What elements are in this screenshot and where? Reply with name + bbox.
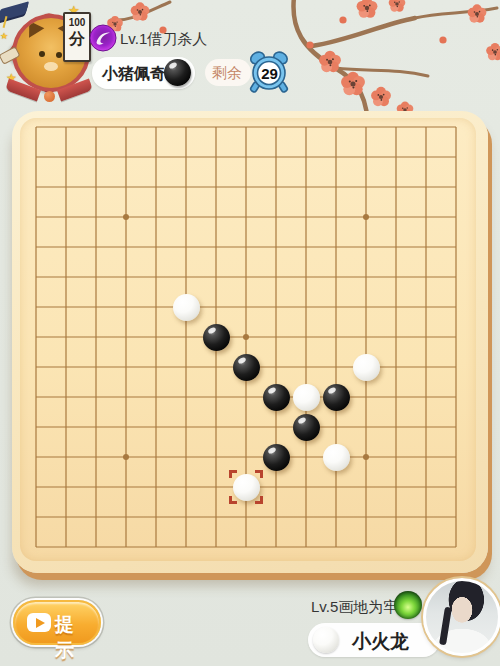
frame-ball-ornament	[44, 91, 55, 102]
score-unit: 分	[65, 29, 89, 50]
cat-muzzle	[44, 62, 58, 71]
purple-slash-orb-icon[interactable]	[89, 24, 117, 52]
bottom-player-skill-label: Lv.5画地为牢	[311, 598, 398, 617]
grid-lines	[35, 126, 457, 548]
hint-button[interactable]: 提示	[13, 600, 101, 645]
black-stone-icon	[164, 59, 191, 86]
video-play-icon	[27, 613, 51, 632]
bottom-player-name-pill: 小火龙	[308, 623, 440, 657]
hint-button-label: 提示	[55, 612, 99, 664]
white-stone-icon	[313, 627, 339, 653]
green-lotus-orb-icon[interactable]	[394, 591, 422, 619]
timer-label: 剩余	[212, 64, 242, 83]
top-player-skill-label: Lv.1借刀杀人	[120, 30, 207, 49]
game-screen: ★ ★ ★ ★ ★ 100 分 Lv.1借刀杀人 小猪佩奇 剩余	[0, 0, 500, 666]
top-player-name-pill: 小猪佩奇	[92, 57, 195, 89]
cat-eyes	[39, 51, 45, 57]
star-icon: ★	[0, 32, 8, 41]
score-badge: 100 分	[63, 12, 91, 62]
timer-value: 29	[257, 65, 282, 82]
bottom-player-avatar[interactable]	[423, 578, 500, 656]
score-value: 100	[65, 17, 89, 28]
top-player-name: 小猪佩奇	[102, 64, 166, 85]
bottom-player-name: 小火龙	[352, 629, 409, 655]
